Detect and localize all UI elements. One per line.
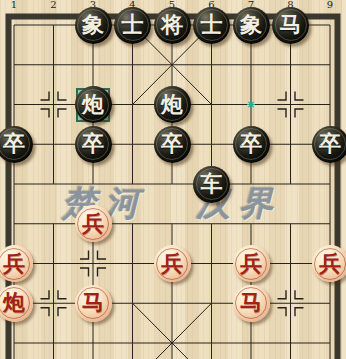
piece-red-soldier[interactable]: 兵	[154, 245, 191, 282]
piece-black-advisor[interactable]: 士	[114, 7, 151, 44]
board-grid	[0, 0, 346, 359]
piece-black-cannon[interactable]: 炮	[75, 86, 112, 123]
piece-red-horse[interactable]: 马	[233, 285, 270, 322]
piece-black-horse[interactable]: 马	[272, 7, 309, 44]
piece-black-soldier[interactable]: 卒	[154, 126, 191, 163]
piece-black-chariot[interactable]: 车	[193, 166, 230, 203]
piece-black-elephant[interactable]: 象	[233, 7, 270, 44]
xiangqi-board: 123456789 楚河 汉界 象士将士象马炮炮卒卒卒卒卒车兵兵兵兵兵炮马马	[0, 0, 346, 359]
piece-glyph: 马	[280, 14, 302, 36]
column-label-1: 1	[7, 0, 21, 11]
piece-black-cannon[interactable]: 炮	[154, 86, 191, 123]
piece-black-elephant[interactable]: 象	[75, 7, 112, 44]
piece-glyph: 卒	[82, 133, 104, 155]
piece-glyph: 炮	[3, 292, 25, 314]
piece-black-advisor[interactable]: 士	[193, 7, 230, 44]
piece-glyph: 兵	[319, 253, 341, 275]
column-label-9: 9	[323, 0, 337, 11]
piece-glyph: 马	[240, 292, 262, 314]
piece-black-general[interactable]: 将	[154, 7, 191, 44]
piece-red-soldier[interactable]: 兵	[0, 245, 33, 282]
piece-glyph: 兵	[3, 253, 25, 275]
piece-black-soldier[interactable]: 卒	[75, 126, 112, 163]
piece-glyph: 马	[82, 292, 104, 314]
piece-red-soldier[interactable]: 兵	[312, 245, 346, 282]
piece-red-soldier[interactable]: 兵	[233, 245, 270, 282]
piece-glyph: 卒	[161, 133, 183, 155]
piece-glyph: 象	[82, 14, 104, 36]
piece-glyph: 士	[122, 14, 144, 36]
piece-black-soldier[interactable]: 卒	[0, 126, 33, 163]
piece-glyph: 卒	[3, 133, 25, 155]
piece-glyph: 象	[240, 14, 262, 36]
piece-glyph: 卒	[319, 133, 341, 155]
piece-black-soldier[interactable]: 卒	[312, 126, 346, 163]
column-label-2: 2	[47, 0, 61, 11]
piece-red-horse[interactable]: 马	[75, 285, 112, 322]
piece-red-cannon[interactable]: 炮	[0, 285, 33, 322]
piece-glyph: 将	[161, 14, 183, 36]
piece-glyph: 车	[201, 173, 223, 195]
piece-glyph: 兵	[240, 253, 262, 275]
piece-glyph: 炮	[161, 94, 183, 116]
piece-glyph: 兵	[161, 253, 183, 275]
piece-black-soldier[interactable]: 卒	[233, 126, 270, 163]
piece-glyph: 兵	[82, 213, 104, 235]
piece-red-soldier[interactable]: 兵	[75, 205, 112, 242]
piece-glyph: 士	[201, 14, 223, 36]
piece-glyph: 卒	[240, 133, 262, 155]
piece-glyph: 炮	[82, 94, 104, 116]
move-hint-marker	[247, 101, 255, 109]
